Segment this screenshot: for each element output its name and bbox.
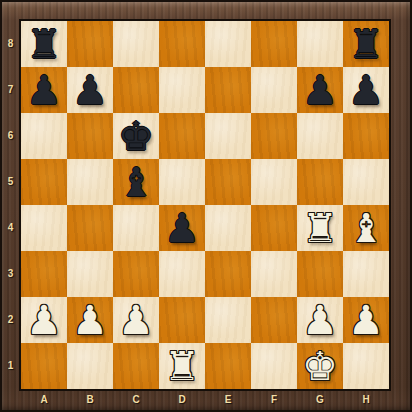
rank-label-4: 4 bbox=[0, 205, 21, 251]
square-b1[interactable] bbox=[67, 343, 113, 389]
square-f4[interactable] bbox=[251, 205, 297, 251]
piece-black-rook-h8[interactable]: ♜ bbox=[343, 21, 389, 67]
square-h8[interactable]: ♜ bbox=[343, 21, 389, 67]
square-b8[interactable] bbox=[67, 21, 113, 67]
square-b3[interactable] bbox=[67, 251, 113, 297]
square-g6[interactable] bbox=[297, 113, 343, 159]
file-labels: ABCDEFGH bbox=[21, 391, 389, 411]
piece-white-king-g1[interactable]: ♚ bbox=[297, 343, 343, 389]
square-e8[interactable] bbox=[205, 21, 251, 67]
piece-black-pawn-b7[interactable]: ♟ bbox=[67, 67, 113, 113]
file-label-a: A bbox=[21, 391, 67, 411]
file-label-h: H bbox=[343, 391, 389, 411]
square-c2[interactable]: ♟ bbox=[113, 297, 159, 343]
piece-white-pawn-a2[interactable]: ♟ bbox=[21, 297, 67, 343]
file-label-d: D bbox=[159, 391, 205, 411]
file-label-g: G bbox=[297, 391, 343, 411]
rank-label-1: 1 bbox=[0, 343, 21, 389]
square-e1[interactable] bbox=[205, 343, 251, 389]
square-h5[interactable] bbox=[343, 159, 389, 205]
square-e5[interactable] bbox=[205, 159, 251, 205]
piece-white-rook-d1[interactable]: ♜ bbox=[159, 343, 205, 389]
square-e2[interactable] bbox=[205, 297, 251, 343]
square-a3[interactable] bbox=[21, 251, 67, 297]
piece-white-pawn-c2[interactable]: ♟ bbox=[113, 297, 159, 343]
square-g3[interactable] bbox=[297, 251, 343, 297]
piece-black-pawn-a7[interactable]: ♟ bbox=[21, 67, 67, 113]
square-d3[interactable] bbox=[159, 251, 205, 297]
square-a4[interactable] bbox=[21, 205, 67, 251]
square-f3[interactable] bbox=[251, 251, 297, 297]
square-e7[interactable] bbox=[205, 67, 251, 113]
square-a8[interactable]: ♜ bbox=[21, 21, 67, 67]
piece-black-rook-a8[interactable]: ♜ bbox=[21, 21, 67, 67]
rank-label-5: 5 bbox=[0, 159, 21, 205]
square-g8[interactable] bbox=[297, 21, 343, 67]
square-a6[interactable] bbox=[21, 113, 67, 159]
square-f2[interactable] bbox=[251, 297, 297, 343]
file-label-f: F bbox=[251, 391, 297, 411]
piece-black-pawn-d4[interactable]: ♟ bbox=[159, 205, 205, 251]
board: ♜♜♟♟♟♟♚♝♟♜♝♟♟♟♟♟♜♚ bbox=[21, 21, 389, 389]
rank-label-8: 8 bbox=[0, 21, 21, 67]
square-g1[interactable]: ♚ bbox=[297, 343, 343, 389]
square-h3[interactable] bbox=[343, 251, 389, 297]
square-h4[interactable]: ♝ bbox=[343, 205, 389, 251]
file-label-e: E bbox=[205, 391, 251, 411]
square-e4[interactable] bbox=[205, 205, 251, 251]
square-a5[interactable] bbox=[21, 159, 67, 205]
square-f5[interactable] bbox=[251, 159, 297, 205]
piece-white-pawn-g2[interactable]: ♟ bbox=[297, 297, 343, 343]
rank-label-3: 3 bbox=[0, 251, 21, 297]
square-c8[interactable] bbox=[113, 21, 159, 67]
piece-black-pawn-h7[interactable]: ♟ bbox=[343, 67, 389, 113]
rank-label-6: 6 bbox=[0, 113, 21, 159]
square-h7[interactable]: ♟ bbox=[343, 67, 389, 113]
square-g7[interactable]: ♟ bbox=[297, 67, 343, 113]
square-d6[interactable] bbox=[159, 113, 205, 159]
file-label-b: B bbox=[67, 391, 113, 411]
square-c1[interactable] bbox=[113, 343, 159, 389]
square-c6[interactable]: ♚ bbox=[113, 113, 159, 159]
piece-black-king-c6[interactable]: ♚ bbox=[113, 113, 159, 159]
file-label-c: C bbox=[113, 391, 159, 411]
square-f6[interactable] bbox=[251, 113, 297, 159]
chess-board-frame: 87654321 ♜♜♟♟♟♟♚♝♟♜♝♟♟♟♟♟♜♚ ABCDEFGH bbox=[0, 0, 412, 412]
piece-black-bishop-c5[interactable]: ♝ bbox=[113, 159, 159, 205]
square-c3[interactable] bbox=[113, 251, 159, 297]
square-d2[interactable] bbox=[159, 297, 205, 343]
rank-labels: 87654321 bbox=[0, 21, 21, 389]
square-a7[interactable]: ♟ bbox=[21, 67, 67, 113]
square-f8[interactable] bbox=[251, 21, 297, 67]
square-e3[interactable] bbox=[205, 251, 251, 297]
square-g2[interactable]: ♟ bbox=[297, 297, 343, 343]
square-c4[interactable] bbox=[113, 205, 159, 251]
square-c5[interactable]: ♝ bbox=[113, 159, 159, 205]
square-h1[interactable] bbox=[343, 343, 389, 389]
square-c7[interactable] bbox=[113, 67, 159, 113]
square-b2[interactable]: ♟ bbox=[67, 297, 113, 343]
rank-label-7: 7 bbox=[0, 67, 21, 113]
piece-white-rook-g4[interactable]: ♜ bbox=[297, 205, 343, 251]
piece-white-pawn-b2[interactable]: ♟ bbox=[67, 297, 113, 343]
piece-white-bishop-h4[interactable]: ♝ bbox=[343, 205, 389, 251]
square-f1[interactable] bbox=[251, 343, 297, 389]
square-b4[interactable] bbox=[67, 205, 113, 251]
square-f7[interactable] bbox=[251, 67, 297, 113]
square-a2[interactable]: ♟ bbox=[21, 297, 67, 343]
square-h6[interactable] bbox=[343, 113, 389, 159]
square-b6[interactable] bbox=[67, 113, 113, 159]
rank-label-2: 2 bbox=[0, 297, 21, 343]
square-d4[interactable]: ♟ bbox=[159, 205, 205, 251]
square-g4[interactable]: ♜ bbox=[297, 205, 343, 251]
square-a1[interactable] bbox=[21, 343, 67, 389]
square-g5[interactable] bbox=[297, 159, 343, 205]
square-d8[interactable] bbox=[159, 21, 205, 67]
square-d5[interactable] bbox=[159, 159, 205, 205]
piece-white-pawn-h2[interactable]: ♟ bbox=[343, 297, 389, 343]
square-b5[interactable] bbox=[67, 159, 113, 205]
square-e6[interactable] bbox=[205, 113, 251, 159]
square-b7[interactable]: ♟ bbox=[67, 67, 113, 113]
square-d7[interactable] bbox=[159, 67, 205, 113]
square-h2[interactable]: ♟ bbox=[343, 297, 389, 343]
square-d1[interactable]: ♜ bbox=[159, 343, 205, 389]
piece-black-pawn-g7[interactable]: ♟ bbox=[297, 67, 343, 113]
